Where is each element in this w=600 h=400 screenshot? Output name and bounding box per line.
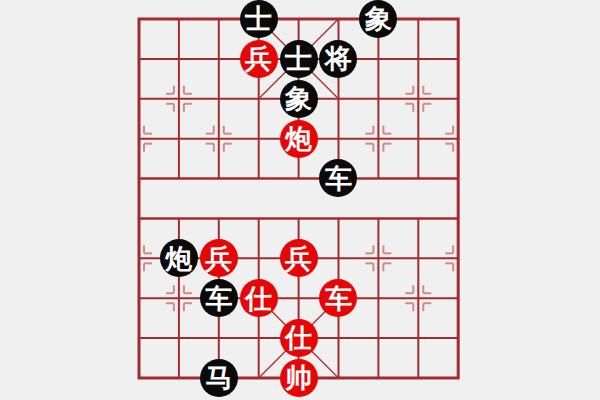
red-soldier-piece[interactable]: 兵 <box>200 239 238 277</box>
black-advisor-piece[interactable]: 士 <box>240 0 278 38</box>
board-point-1-6: 炮 <box>159 238 199 278</box>
red-advisor-piece[interactable]: 仕 <box>280 319 318 357</box>
red-cannon-piece[interactable]: 炮 <box>280 120 318 158</box>
red-general-piece[interactable]: 帅 <box>280 359 318 397</box>
board-point-2-7: 车 <box>199 278 239 318</box>
board-point-4-2: 象 <box>279 79 319 119</box>
red-chariot-piece[interactable]: 车 <box>319 279 357 317</box>
board-point-4-6: 兵 <box>279 238 319 278</box>
board-point-3-7: 仕 <box>239 278 279 318</box>
black-elephant-piece[interactable]: 象 <box>359 0 397 38</box>
black-advisor-piece[interactable]: 士 <box>280 40 318 78</box>
black-cannon-piece[interactable]: 炮 <box>160 239 198 277</box>
board-point-2-6: 兵 <box>199 238 239 278</box>
board-point-4-3: 炮 <box>279 119 319 159</box>
board-point-4-8: 仕 <box>279 318 319 358</box>
board-point-2-9: 马 <box>199 358 239 398</box>
board-point-5-4: 车 <box>318 159 358 199</box>
board-point-5-7: 车 <box>318 278 358 318</box>
xiangqi-screen: 士象兵士将象炮车炮兵兵车仕车仕马帅 <box>0 0 600 400</box>
board-point-3-1: 兵 <box>239 39 279 79</box>
black-elephant-piece[interactable]: 象 <box>280 80 318 118</box>
red-advisor-piece[interactable]: 仕 <box>240 279 278 317</box>
board-point-3-0: 士 <box>239 0 279 39</box>
red-soldier-piece[interactable]: 兵 <box>280 239 318 277</box>
board-point-4-1: 士 <box>279 39 319 79</box>
board-point-4-9: 帅 <box>279 358 319 398</box>
black-chariot-piece[interactable]: 车 <box>319 159 357 197</box>
board-point-6-0: 象 <box>358 0 398 39</box>
red-soldier-piece[interactable]: 兵 <box>240 40 278 78</box>
black-chariot-piece[interactable]: 车 <box>200 279 238 317</box>
xiangqi-board: 士象兵士将象炮车炮兵兵车仕车仕马帅 <box>119 0 478 398</box>
board-point-5-1: 将 <box>318 39 358 79</box>
black-horse-piece[interactable]: 马 <box>200 359 238 397</box>
black-general-piece[interactable]: 将 <box>319 40 357 78</box>
